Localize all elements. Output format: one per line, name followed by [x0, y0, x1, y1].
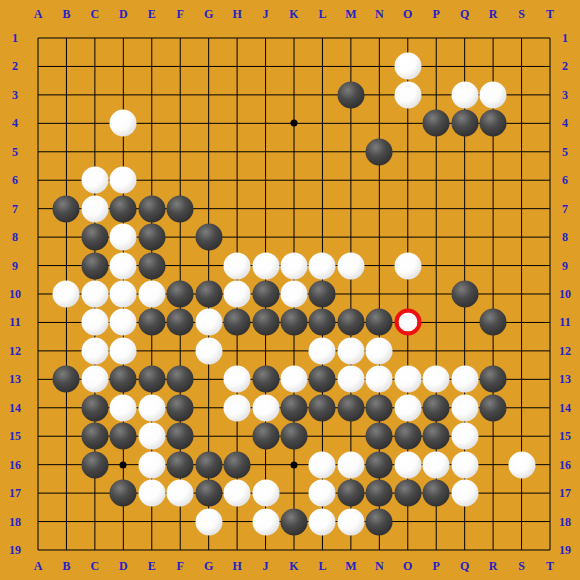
stone-white-H17: [224, 480, 251, 507]
stone-white-Q13: [451, 366, 478, 393]
stone-black-C15: [81, 423, 108, 450]
stone-white-Q14: [451, 394, 478, 421]
col-label-top-K: K: [289, 8, 298, 20]
stone-white-O16: [394, 451, 421, 478]
col-label-bottom-G: G: [204, 560, 213, 572]
stone-black-L10: [309, 281, 336, 308]
go-app-window: AABBCCDDEEFFGGHHJJKKLLMMNNOOPPQQRRSSTT11…: [0, 0, 580, 580]
stone-white-C6: [81, 167, 108, 194]
stone-black-F14: [167, 394, 194, 421]
stone-black-J11: [252, 309, 279, 336]
row-label-right-3: 3: [562, 89, 568, 101]
row-label-left-12: 12: [9, 345, 21, 357]
stone-white-E15: [138, 423, 165, 450]
stone-white-G12: [195, 337, 222, 364]
stone-black-F13: [167, 366, 194, 393]
stone-white-O14: [394, 394, 421, 421]
row-label-left-17: 17: [9, 487, 21, 499]
stone-white-B10: [53, 281, 80, 308]
col-label-bottom-S: S: [518, 560, 525, 572]
stone-white-E16: [138, 451, 165, 478]
stone-black-L13: [309, 366, 336, 393]
row-label-right-16: 16: [559, 459, 571, 471]
col-label-top-Q: Q: [460, 8, 469, 20]
row-label-right-18: 18: [559, 516, 571, 528]
stone-white-Q16: [451, 451, 478, 478]
stone-white-Q17: [451, 480, 478, 507]
row-label-left-11: 11: [9, 316, 20, 328]
row-label-left-4: 4: [12, 117, 18, 129]
stone-black-Q4: [451, 110, 478, 137]
stone-black-N18: [366, 508, 393, 535]
row-label-left-10: 10: [9, 288, 21, 300]
stone-black-N14: [366, 394, 393, 421]
stone-white-J9: [252, 252, 279, 279]
stone-black-P17: [423, 480, 450, 507]
stone-white-D9: [110, 252, 137, 279]
stone-white-K13: [281, 366, 308, 393]
stone-black-N17: [366, 480, 393, 507]
stone-white-N13: [366, 366, 393, 393]
stone-white-R3: [480, 81, 507, 108]
col-label-top-O: O: [403, 8, 412, 20]
stone-white-J17: [252, 480, 279, 507]
col-label-bottom-F: F: [177, 560, 184, 572]
stone-black-C14: [81, 394, 108, 421]
stone-black-G8: [195, 224, 222, 251]
stone-black-K15: [281, 423, 308, 450]
stone-white-C10: [81, 281, 108, 308]
col-label-bottom-D: D: [119, 560, 128, 572]
row-label-left-3: 3: [12, 89, 18, 101]
row-label-left-5: 5: [12, 146, 18, 158]
stone-black-R11: [480, 309, 507, 336]
stone-black-J10: [252, 281, 279, 308]
stone-black-E9: [138, 252, 165, 279]
stone-white-D6: [110, 167, 137, 194]
stone-black-E7: [138, 195, 165, 222]
stone-black-R13: [480, 366, 507, 393]
stone-black-M3: [337, 81, 364, 108]
stone-black-R4: [480, 110, 507, 137]
col-label-top-E: E: [148, 8, 156, 20]
stone-black-D7: [110, 195, 137, 222]
col-label-top-H: H: [232, 8, 241, 20]
stone-white-E10: [138, 281, 165, 308]
stone-white-M18: [337, 508, 364, 535]
stone-black-P4: [423, 110, 450, 137]
row-label-left-1: 1: [12, 32, 18, 44]
col-label-top-F: F: [177, 8, 184, 20]
stone-white-O13: [394, 366, 421, 393]
row-label-right-12: 12: [559, 345, 571, 357]
stone-white-E14: [138, 394, 165, 421]
stone-black-C9: [81, 252, 108, 279]
stone-white-K10: [281, 281, 308, 308]
stone-black-F16: [167, 451, 194, 478]
stone-white-D11: [110, 309, 137, 336]
col-label-top-T: T: [546, 8, 554, 20]
stone-black-E8: [138, 224, 165, 251]
stone-black-G10: [195, 281, 222, 308]
col-label-top-G: G: [204, 8, 213, 20]
stone-white-E17: [138, 480, 165, 507]
stone-black-B13: [53, 366, 80, 393]
stone-white-O9: [394, 252, 421, 279]
col-label-bottom-R: R: [489, 560, 498, 572]
stone-black-O17: [394, 480, 421, 507]
stone-white-C13: [81, 366, 108, 393]
stone-black-K18: [281, 508, 308, 535]
row-label-right-6: 6: [562, 174, 568, 186]
row-label-right-5: 5: [562, 146, 568, 158]
stone-black-F7: [167, 195, 194, 222]
row-label-left-14: 14: [9, 402, 21, 414]
stone-white-H9: [224, 252, 251, 279]
col-label-bottom-C: C: [91, 560, 100, 572]
col-label-top-P: P: [433, 8, 440, 20]
row-label-right-13: 13: [559, 373, 571, 385]
stone-black-J13: [252, 366, 279, 393]
row-label-left-16: 16: [9, 459, 21, 471]
stone-white-H13: [224, 366, 251, 393]
row-label-right-9: 9: [562, 260, 568, 272]
stone-black-F11: [167, 309, 194, 336]
col-label-bottom-P: P: [433, 560, 440, 572]
stone-black-N16: [366, 451, 393, 478]
stone-white-O2: [394, 53, 421, 80]
stone-white-M13: [337, 366, 364, 393]
stone-white-H14: [224, 394, 251, 421]
stone-black-N5: [366, 138, 393, 165]
stone-white-L17: [309, 480, 336, 507]
star-point-K4: [291, 120, 298, 127]
col-label-top-B: B: [62, 8, 70, 20]
row-label-left-18: 18: [9, 516, 21, 528]
stone-white-K9: [281, 252, 308, 279]
col-label-bottom-K: K: [289, 560, 298, 572]
stone-black-K11: [281, 309, 308, 336]
stone-black-D15: [110, 423, 137, 450]
row-label-left-13: 13: [9, 373, 21, 385]
col-label-bottom-B: B: [62, 560, 70, 572]
stone-black-M17: [337, 480, 364, 507]
stone-white-M9: [337, 252, 364, 279]
row-label-left-2: 2: [12, 60, 18, 72]
col-label-bottom-H: H: [232, 560, 241, 572]
row-label-right-15: 15: [559, 430, 571, 442]
stone-white-D10: [110, 281, 137, 308]
stone-black-M14: [337, 394, 364, 421]
col-label-bottom-L: L: [318, 560, 326, 572]
stone-white-C7: [81, 195, 108, 222]
row-label-right-8: 8: [562, 231, 568, 243]
stone-black-O15: [394, 423, 421, 450]
stone-black-K14: [281, 394, 308, 421]
row-label-right-17: 17: [559, 487, 571, 499]
row-label-right-1: 1: [562, 32, 568, 44]
stone-black-G16: [195, 451, 222, 478]
stone-white-C12: [81, 337, 108, 364]
stone-black-C16: [81, 451, 108, 478]
stone-white-G18: [195, 508, 222, 535]
star-point-D16: [120, 461, 127, 468]
stone-black-M11: [337, 309, 364, 336]
stone-black-H16: [224, 451, 251, 478]
stone-white-G11: [195, 309, 222, 336]
stone-white-P16: [423, 451, 450, 478]
col-label-bottom-E: E: [148, 560, 156, 572]
stone-white-L18: [309, 508, 336, 535]
stone-white-Q15: [451, 423, 478, 450]
stone-white-C11: [81, 309, 108, 336]
stone-white-S16: [508, 451, 535, 478]
row-label-left-8: 8: [12, 231, 18, 243]
row-label-right-7: 7: [562, 203, 568, 215]
stone-white-D8: [110, 224, 137, 251]
last-move-marker-O11: [394, 309, 421, 336]
stone-white-L16: [309, 451, 336, 478]
col-label-top-C: C: [91, 8, 100, 20]
stone-white-D14: [110, 394, 137, 421]
col-label-top-A: A: [34, 8, 43, 20]
row-label-right-2: 2: [562, 60, 568, 72]
col-label-bottom-A: A: [34, 560, 43, 572]
col-label-top-D: D: [119, 8, 128, 20]
stone-white-P13: [423, 366, 450, 393]
stone-white-L12: [309, 337, 336, 364]
stone-white-L9: [309, 252, 336, 279]
stone-black-B7: [53, 195, 80, 222]
stone-black-G17: [195, 480, 222, 507]
row-label-left-6: 6: [12, 174, 18, 186]
row-label-left-15: 15: [9, 430, 21, 442]
row-label-left-7: 7: [12, 203, 18, 215]
col-label-top-L: L: [318, 8, 326, 20]
stone-white-N12: [366, 337, 393, 364]
stone-black-L14: [309, 394, 336, 421]
col-label-top-R: R: [489, 8, 498, 20]
stone-black-F15: [167, 423, 194, 450]
row-label-right-14: 14: [559, 402, 571, 414]
row-label-left-19: 19: [9, 544, 21, 556]
stone-black-E11: [138, 309, 165, 336]
row-label-right-4: 4: [562, 117, 568, 129]
stone-black-R14: [480, 394, 507, 421]
stone-black-F10: [167, 281, 194, 308]
col-label-top-J: J: [263, 8, 269, 20]
col-label-top-S: S: [518, 8, 525, 20]
col-label-bottom-Q: Q: [460, 560, 469, 572]
col-label-bottom-O: O: [403, 560, 412, 572]
col-label-bottom-T: T: [546, 560, 554, 572]
stone-black-J15: [252, 423, 279, 450]
stone-white-Q3: [451, 81, 478, 108]
stone-black-D13: [110, 366, 137, 393]
stone-black-H11: [224, 309, 251, 336]
star-point-K16: [291, 461, 298, 468]
stone-black-Q10: [451, 281, 478, 308]
stone-black-D17: [110, 480, 137, 507]
stone-white-M16: [337, 451, 364, 478]
col-label-top-M: M: [345, 8, 356, 20]
stone-black-P15: [423, 423, 450, 450]
stone-white-F17: [167, 480, 194, 507]
row-label-right-11: 11: [559, 316, 570, 328]
stone-white-J14: [252, 394, 279, 421]
stone-black-N15: [366, 423, 393, 450]
row-label-left-9: 9: [12, 260, 18, 272]
stone-white-M12: [337, 337, 364, 364]
stone-white-H10: [224, 281, 251, 308]
stone-white-D12: [110, 337, 137, 364]
row-label-right-19: 19: [559, 544, 571, 556]
stone-white-J18: [252, 508, 279, 535]
stone-white-O3: [394, 81, 421, 108]
stone-white-D4: [110, 110, 137, 137]
col-label-top-N: N: [375, 8, 384, 20]
stone-black-N11: [366, 309, 393, 336]
row-label-right-10: 10: [559, 288, 571, 300]
stone-black-P14: [423, 394, 450, 421]
col-label-bottom-M: M: [345, 560, 356, 572]
stone-black-L11: [309, 309, 336, 336]
col-label-bottom-N: N: [375, 560, 384, 572]
stone-black-C8: [81, 224, 108, 251]
col-label-bottom-J: J: [263, 560, 269, 572]
stone-black-E13: [138, 366, 165, 393]
